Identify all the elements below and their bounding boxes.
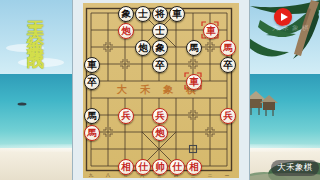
piece-red-車-c8r2[interactable]: 車: [203, 23, 219, 39]
piece-black-卒-c5r4[interactable]: 卒: [152, 57, 168, 73]
file-label: 八: [106, 173, 111, 178]
piece-black-将-c5r1[interactable]: 将: [152, 6, 168, 22]
piece-black-士-c4r1[interactable]: 士: [135, 6, 151, 22]
piece-red-兵-c3r7[interactable]: 兵: [118, 108, 134, 124]
piece-red-炮-c5r8[interactable]: 炮: [152, 125, 168, 141]
channel-watermark-faint: 大禾象棋: [272, 24, 312, 33]
piece-red-仕-c6r10[interactable]: 仕: [169, 159, 185, 175]
file-label: 一: [225, 173, 230, 178]
piece-red-炮-c3r2[interactable]: 炮: [118, 23, 134, 39]
piece-black-士-c5r2[interactable]: 士: [152, 23, 168, 39]
piece-black-炮-c4r3[interactable]: 炮: [135, 40, 151, 56]
file-label: 九: [89, 173, 94, 178]
piece-black-象-c3r1[interactable]: 象: [118, 6, 134, 22]
piece-black-卒-c1r5[interactable]: 卒: [84, 74, 100, 90]
piece-black-車-c1r4[interactable]: 車: [84, 57, 100, 73]
piece-red-馬-c9r3[interactable]: 馬: [220, 40, 236, 56]
brand-badge: 大禾象棋: [271, 160, 319, 176]
piece-red-車-c7r5[interactable]: 車: [186, 74, 202, 90]
river-watermark: 大禾象棋: [117, 83, 217, 97]
piece-red-相-c3r10[interactable]: 相: [118, 159, 134, 175]
piece-black-馬-c1r7[interactable]: 馬: [84, 108, 100, 124]
play-icon: [281, 13, 288, 21]
file-label: 二: [208, 173, 213, 178]
piece-black-象-c5r3[interactable]: 象: [152, 40, 168, 56]
piece-red-馬-c1r8[interactable]: 馬: [84, 125, 100, 141]
piece-red-相-c7r10[interactable]: 相: [186, 159, 202, 175]
piece-red-兵-c9r7[interactable]: 兵: [220, 108, 236, 124]
piece-red-帅-c5r10[interactable]: 帅: [152, 159, 168, 175]
piece-red-仕-c4r10[interactable]: 仕: [135, 159, 151, 175]
piece-black-卒-c9r4[interactable]: 卒: [220, 57, 236, 73]
piece-black-馬-c7r3[interactable]: 馬: [186, 40, 202, 56]
video-title-vertical: 王天一经典实战: [25, 7, 48, 42]
piece-red-兵-c5r7[interactable]: 兵: [152, 108, 168, 124]
piece-black-車-c6r1[interactable]: 車: [169, 6, 185, 22]
